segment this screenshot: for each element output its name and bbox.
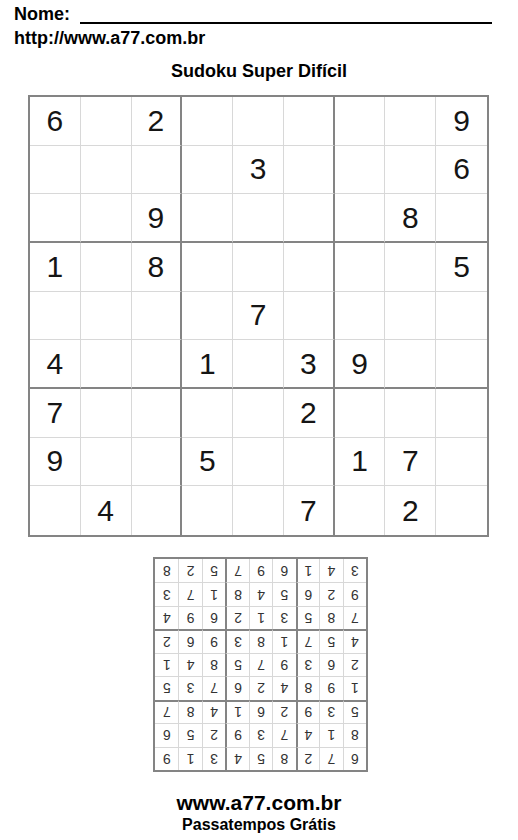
solution-cell-r3c9: 7 [155,700,178,723]
cell-r5c6 [284,292,335,341]
solution-cell-r9c3: 1 [296,559,319,582]
cell-r9c6: 7 [284,486,335,535]
cell-r6c8 [385,340,436,389]
solution-cell-r7c4: 3 [272,606,295,629]
cell-r1c8 [385,97,436,146]
cell-r7c1: 7 [30,389,81,438]
cell-r9c2: 4 [81,486,132,535]
cell-r6c3 [132,340,183,389]
cell-r9c9 [436,486,487,535]
page-title: Sudoku Super Difícil [0,61,518,82]
solution-cell-r8c4: 5 [272,582,295,605]
solution-cell-r1c9: 9 [155,747,178,770]
cell-r7c8 [385,389,436,438]
solution-cell-r1c8: 1 [178,747,201,770]
solution-cell-r2c9: 6 [155,723,178,746]
cell-r7c9 [436,389,487,438]
solution-cell-r9c7: 5 [202,559,225,582]
solution-cell-r3c6: 1 [225,700,248,723]
solution-cell-r2c7: 2 [202,723,225,746]
cell-r9c5 [233,486,284,535]
name-row: Nome: [14,4,492,24]
cell-r5c9 [436,292,487,341]
cell-r9c7 [335,486,386,535]
cell-r1c3: 2 [132,97,183,146]
solution-cell-r6c8: 6 [178,629,201,652]
solution-cell-r2c6: 9 [225,723,248,746]
cell-r6c1: 4 [30,340,81,389]
solution-cell-r9c5: 9 [249,559,272,582]
solution-cell-r1c1: 6 [343,747,366,770]
cell-r2c8 [385,146,436,195]
cell-r6c2 [81,340,132,389]
cell-r2c1 [30,146,81,195]
solution-cell-r8c8: 7 [178,582,201,605]
solution-cell-r6c5: 8 [249,629,272,652]
cell-r6c4: 1 [182,340,233,389]
solution-cell-r9c6: 7 [225,559,248,582]
cell-r8c5 [233,438,284,487]
solution-cell-r1c4: 8 [272,747,295,770]
cell-r8c6 [284,438,335,487]
solution-cell-r1c2: 7 [319,747,342,770]
name-underline [80,4,492,24]
solution-cell-r6c4: 1 [272,629,295,652]
solution-cell-r2c2: 1 [319,723,342,746]
cell-r4c9: 5 [436,243,487,292]
cell-r2c7 [335,146,386,195]
cell-r4c4 [182,243,233,292]
solution-cell-r3c8: 8 [178,700,201,723]
cell-r2c2 [81,146,132,195]
cell-r3c1 [30,194,81,243]
solution-cell-r8c3: 6 [296,582,319,605]
cell-r7c4 [182,389,233,438]
cell-r1c1: 6 [30,97,81,146]
main-sudoku-grid: 629369818574139729517472 [28,95,489,537]
cell-r8c8: 7 [385,438,436,487]
cell-r8c1: 9 [30,438,81,487]
cell-r9c1 [30,486,81,535]
cell-r3c5 [233,194,284,243]
solution-cell-r7c2: 8 [319,606,342,629]
cell-r6c7: 9 [335,340,386,389]
solution-cell-r9c8: 2 [178,559,201,582]
cell-r5c4 [182,292,233,341]
cell-r3c9 [436,194,487,243]
solution-cell-r1c3: 2 [296,747,319,770]
cell-r9c3 [132,486,183,535]
solution-cell-r5c3: 3 [296,653,319,676]
cell-r7c5 [233,389,284,438]
solution-cell-r5c4: 9 [272,653,295,676]
cell-r4c3: 8 [132,243,183,292]
solution-cell-r4c5: 2 [249,676,272,699]
solution-cell-r6c3: 7 [296,629,319,652]
solution-cell-r8c1: 9 [343,582,366,605]
site-url: http://www.a77.com.br [14,28,205,49]
cell-r3c7 [335,194,386,243]
solution-cell-r5c2: 6 [319,653,342,676]
cell-r9c8: 2 [385,486,436,535]
footer-tagline: Passatempos Grátis [0,816,518,834]
solution-cell-r4c2: 9 [319,676,342,699]
solution-cell-r4c1: 1 [343,676,366,699]
cell-r1c7 [335,97,386,146]
solution-cell-r3c1: 5 [343,700,366,723]
solution-cell-r4c9: 5 [155,676,178,699]
solution-cell-r9c9: 8 [155,559,178,582]
solution-cell-r2c3: 4 [296,723,319,746]
cell-r7c2 [81,389,132,438]
cell-r6c5 [233,340,284,389]
cell-r6c6: 3 [284,340,335,389]
solution-cell-r2c8: 5 [178,723,201,746]
solution-cell-r7c8: 9 [178,606,201,629]
solution-cell-r1c7: 3 [202,747,225,770]
cell-r2c9: 6 [436,146,487,195]
solution-cell-r8c5: 4 [249,582,272,605]
solution-cell-r5c9: 1 [155,653,178,676]
solution-cell-r7c9: 4 [155,606,178,629]
cell-r7c3 [132,389,183,438]
cell-r3c3: 9 [132,194,183,243]
cell-r5c1 [30,292,81,341]
cell-r2c4 [182,146,233,195]
cell-r8c7: 1 [335,438,386,487]
solution-cell-r1c5: 5 [249,747,272,770]
solution-cell-r5c5: 7 [249,653,272,676]
cell-r8c2 [81,438,132,487]
cell-r5c2 [81,292,132,341]
cell-r3c6 [284,194,335,243]
solution-grid-rotated: 6728543198147392565392614871984267352639… [153,557,368,772]
cell-r3c4 [182,194,233,243]
cell-r5c3 [132,292,183,341]
solution-cell-r6c2: 5 [319,629,342,652]
solution-cell-r4c8: 3 [178,676,201,699]
cell-r1c4 [182,97,233,146]
cell-r5c7 [335,292,386,341]
cell-r4c5 [233,243,284,292]
solution-cell-r4c6: 6 [225,676,248,699]
cell-r9c4 [182,486,233,535]
cell-r8c4: 5 [182,438,233,487]
cell-r5c5: 7 [233,292,284,341]
cell-r3c8: 8 [385,194,436,243]
solution-cell-r3c3: 9 [296,700,319,723]
cell-r1c9: 9 [436,97,487,146]
cell-r6c9 [436,340,487,389]
name-label: Nome: [14,4,70,24]
solution-cell-r9c4: 6 [272,559,295,582]
cell-r2c6 [284,146,335,195]
cell-r2c5: 3 [233,146,284,195]
solution-cell-r3c7: 4 [202,700,225,723]
solution-cell-r6c6: 3 [225,629,248,652]
cell-r4c6 [284,243,335,292]
solution-cell-r5c8: 4 [178,653,201,676]
solution-cell-r6c9: 2 [155,629,178,652]
worksheet-page: Nome: http://www.a77.com.br Sudoku Super… [0,0,518,840]
solution-cell-r9c1: 3 [343,559,366,582]
solution-cell-r3c2: 3 [319,700,342,723]
cell-r5c8 [385,292,436,341]
solution-cell-r8c2: 2 [319,582,342,605]
footer-site: www.a77.com.br [0,791,518,815]
solution-cell-r5c6: 5 [225,653,248,676]
cell-r8c3 [132,438,183,487]
cell-r1c6 [284,97,335,146]
cell-r3c2 [81,194,132,243]
solution-cell-r2c5: 3 [249,723,272,746]
solution-cell-r7c6: 2 [225,606,248,629]
cell-r4c8 [385,243,436,292]
solution-cell-r7c7: 6 [202,606,225,629]
solution-cell-r3c4: 2 [272,700,295,723]
solution-cell-r3c5: 6 [249,700,272,723]
solution-cell-r2c1: 8 [343,723,366,746]
cell-r7c6: 2 [284,389,335,438]
solution-cell-r6c7: 9 [202,629,225,652]
solution-cell-r4c7: 7 [202,676,225,699]
cell-r7c7 [335,389,386,438]
solution-cell-r7c1: 7 [343,606,366,629]
solution-cell-r4c4: 4 [272,676,295,699]
solution-cell-r7c5: 1 [249,606,272,629]
solution-cell-r5c1: 2 [343,653,366,676]
cell-r8c9 [436,438,487,487]
solution-cell-r7c3: 5 [296,606,319,629]
solution-cell-r8c9: 3 [155,582,178,605]
cell-r4c2 [81,243,132,292]
cell-r2c3 [132,146,183,195]
solution-cell-r8c6: 8 [225,582,248,605]
solution-cell-r9c2: 4 [319,559,342,582]
cell-r4c1: 1 [30,243,81,292]
solution-cell-r4c3: 8 [296,676,319,699]
cell-r1c5 [233,97,284,146]
solution-cell-r6c1: 4 [343,629,366,652]
solution-cell-r2c4: 7 [272,723,295,746]
solution-cell-r5c7: 8 [202,653,225,676]
solution-cell-r8c7: 1 [202,582,225,605]
cell-r4c7 [335,243,386,292]
cell-r1c2 [81,97,132,146]
solution-cell-r1c6: 4 [225,747,248,770]
